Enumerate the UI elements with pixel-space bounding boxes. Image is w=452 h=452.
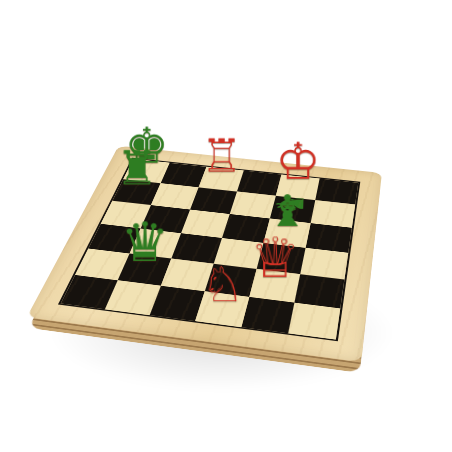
red-queen-piece[interactable]: ♕: [250, 230, 300, 285]
square-d1[interactable]: ♘: [195, 291, 249, 327]
square-f4[interactable]: [306, 223, 352, 253]
green-queen-piece[interactable]: ♛: [121, 215, 170, 269]
red-knight-piece[interactable]: ♘: [201, 260, 244, 308]
square-e1[interactable]: [241, 297, 294, 333]
square-f1[interactable]: [288, 303, 340, 340]
photo-canvas: ♚♖♔♜♞♝♛♕♘: [0, 0, 452, 452]
checker-grid: ♚♖♔♜♞♝♛♕♘: [58, 158, 360, 342]
green-rook-piece[interactable]: ♜: [116, 145, 158, 192]
chess-board: ♚♖♔♜♞♝♛♕♘: [27, 146, 382, 362]
red-king-piece[interactable]: ♔: [276, 137, 321, 187]
square-c4[interactable]: [181, 210, 230, 238]
red-rook-piece[interactable]: ♖: [201, 133, 242, 179]
square-e2[interactable]: ♕: [249, 269, 300, 303]
square-c1[interactable]: [150, 286, 205, 321]
